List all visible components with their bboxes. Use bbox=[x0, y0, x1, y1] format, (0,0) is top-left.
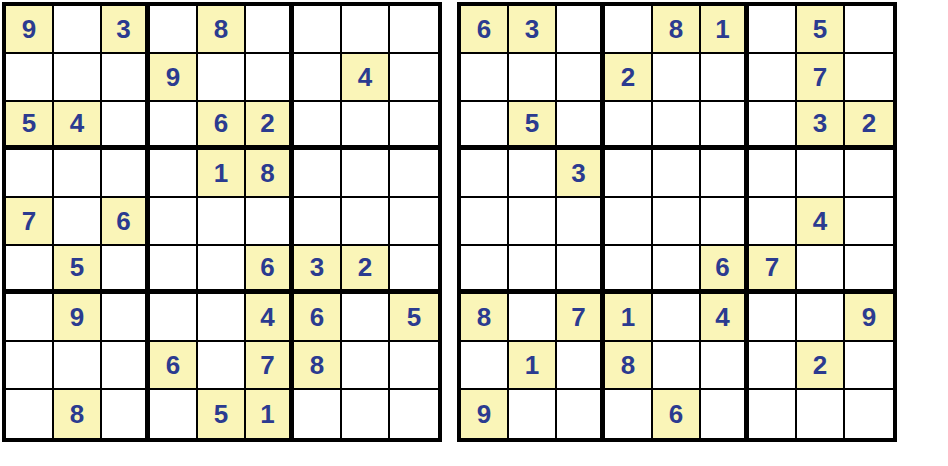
sudoku-given-cell: 6 bbox=[246, 246, 294, 294]
sudoku-given-cell: 3 bbox=[557, 150, 605, 198]
sudoku-empty-cell[interactable] bbox=[294, 198, 342, 246]
sudoku-given-cell: 3 bbox=[102, 6, 150, 54]
sudoku-empty-cell[interactable] bbox=[749, 150, 797, 198]
sudoku-given-cell: 8 bbox=[246, 150, 294, 198]
sudoku-empty-cell[interactable] bbox=[294, 6, 342, 54]
sudoku-empty-cell[interactable] bbox=[605, 246, 653, 294]
sudoku-given-cell: 5 bbox=[198, 390, 246, 438]
sudoku-empty-cell[interactable] bbox=[701, 54, 749, 102]
sudoku-empty-cell[interactable] bbox=[390, 246, 438, 294]
sudoku-empty-cell[interactable] bbox=[390, 150, 438, 198]
sudoku-empty-cell[interactable] bbox=[797, 390, 845, 438]
sudoku-empty-cell[interactable] bbox=[54, 198, 102, 246]
sudoku-empty-cell[interactable] bbox=[749, 54, 797, 102]
sudoku-given-cell: 2 bbox=[605, 54, 653, 102]
sudoku-empty-cell[interactable] bbox=[150, 198, 198, 246]
sudoku-empty-cell[interactable] bbox=[557, 102, 605, 150]
sudoku-empty-cell[interactable] bbox=[557, 390, 605, 438]
sudoku-given-cell: 7 bbox=[557, 294, 605, 342]
sudoku-empty-cell[interactable] bbox=[150, 6, 198, 54]
sudoku-empty-cell[interactable] bbox=[102, 390, 150, 438]
sudoku-empty-cell[interactable] bbox=[845, 342, 893, 390]
sudoku-given-cell: 1 bbox=[198, 150, 246, 198]
sudoku-empty-cell[interactable] bbox=[701, 102, 749, 150]
sudoku-given-cell: 8 bbox=[198, 6, 246, 54]
sudoku-empty-cell[interactable] bbox=[605, 102, 653, 150]
sudoku-empty-cell[interactable] bbox=[102, 102, 150, 150]
sudoku-empty-cell[interactable] bbox=[390, 6, 438, 54]
sudoku-given-cell: 5 bbox=[797, 6, 845, 54]
sudoku-empty-cell[interactable] bbox=[6, 246, 54, 294]
sudoku-empty-cell[interactable] bbox=[6, 150, 54, 198]
sudoku-given-cell: 2 bbox=[342, 246, 390, 294]
sudoku-given-cell: 1 bbox=[246, 390, 294, 438]
sudoku-empty-cell[interactable] bbox=[102, 54, 150, 102]
sudoku-empty-cell[interactable] bbox=[150, 102, 198, 150]
sudoku-board-right: 638152753234678714918296 bbox=[457, 2, 897, 442]
sudoku-empty-cell[interactable] bbox=[461, 54, 509, 102]
sudoku-given-cell: 6 bbox=[198, 102, 246, 150]
sudoku-empty-cell[interactable] bbox=[653, 102, 701, 150]
sudoku-empty-cell[interactable] bbox=[461, 342, 509, 390]
sudoku-given-cell: 6 bbox=[653, 390, 701, 438]
sudoku-given-cell: 1 bbox=[509, 342, 557, 390]
sudoku-given-cell: 3 bbox=[509, 6, 557, 54]
sudoku-given-cell: 9 bbox=[54, 294, 102, 342]
sudoku-empty-cell[interactable] bbox=[749, 294, 797, 342]
sudoku-empty-cell[interactable] bbox=[54, 6, 102, 54]
sudoku-empty-cell[interactable] bbox=[461, 198, 509, 246]
sudoku-given-cell: 4 bbox=[246, 294, 294, 342]
sudoku-empty-cell[interactable] bbox=[390, 342, 438, 390]
sudoku-empty-cell[interactable] bbox=[246, 198, 294, 246]
sudoku-empty-cell[interactable] bbox=[6, 390, 54, 438]
sudoku-empty-cell[interactable] bbox=[605, 198, 653, 246]
sudoku-empty-cell[interactable] bbox=[54, 150, 102, 198]
sudoku-empty-cell[interactable] bbox=[653, 150, 701, 198]
sudoku-empty-cell[interactable] bbox=[653, 198, 701, 246]
sudoku-empty-cell[interactable] bbox=[294, 102, 342, 150]
sudoku-empty-cell[interactable] bbox=[509, 294, 557, 342]
sudoku-empty-cell[interactable] bbox=[557, 6, 605, 54]
sudoku-given-cell: 5 bbox=[390, 294, 438, 342]
sudoku-given-cell: 7 bbox=[246, 342, 294, 390]
sudoku-given-cell: 8 bbox=[653, 6, 701, 54]
sudoku-empty-cell[interactable] bbox=[102, 294, 150, 342]
sudoku-given-cell: 6 bbox=[102, 198, 150, 246]
sudoku-empty-cell[interactable] bbox=[845, 198, 893, 246]
sudoku-empty-cell[interactable] bbox=[102, 246, 150, 294]
sudoku-empty-cell[interactable] bbox=[198, 198, 246, 246]
sudoku-empty-cell[interactable] bbox=[605, 150, 653, 198]
sudoku-empty-cell[interactable] bbox=[797, 246, 845, 294]
sudoku-given-cell: 2 bbox=[246, 102, 294, 150]
sudoku-empty-cell[interactable] bbox=[390, 54, 438, 102]
sudoku-empty-cell[interactable] bbox=[749, 6, 797, 54]
sudoku-given-cell: 7 bbox=[749, 246, 797, 294]
sudoku-empty-cell[interactable] bbox=[557, 198, 605, 246]
sudoku-given-cell: 6 bbox=[294, 294, 342, 342]
sudoku-empty-cell[interactable] bbox=[797, 294, 845, 342]
sudoku-given-cell: 5 bbox=[509, 102, 557, 150]
sudoku-empty-cell[interactable] bbox=[246, 6, 294, 54]
sudoku-empty-cell[interactable] bbox=[198, 246, 246, 294]
sudoku-given-cell: 2 bbox=[845, 102, 893, 150]
sudoku-empty-cell[interactable] bbox=[198, 54, 246, 102]
sudoku-given-cell: 9 bbox=[6, 6, 54, 54]
sudoku-empty-cell[interactable] bbox=[845, 54, 893, 102]
sudoku-empty-cell[interactable] bbox=[749, 342, 797, 390]
sudoku-given-cell: 1 bbox=[701, 6, 749, 54]
sudoku-given-cell: 4 bbox=[701, 294, 749, 342]
sudoku-empty-cell[interactable] bbox=[605, 6, 653, 54]
sudoku-empty-cell[interactable] bbox=[342, 390, 390, 438]
sudoku-empty-cell[interactable] bbox=[749, 390, 797, 438]
sudoku-given-cell: 7 bbox=[6, 198, 54, 246]
sudoku-empty-cell[interactable] bbox=[342, 150, 390, 198]
sudoku-given-cell: 8 bbox=[605, 342, 653, 390]
sudoku-empty-cell[interactable] bbox=[342, 342, 390, 390]
sudoku-empty-cell[interactable] bbox=[509, 54, 557, 102]
sudoku-empty-cell[interactable] bbox=[246, 54, 294, 102]
sudoku-empty-cell[interactable] bbox=[845, 390, 893, 438]
sudoku-empty-cell[interactable] bbox=[294, 150, 342, 198]
sudoku-empty-cell[interactable] bbox=[294, 390, 342, 438]
sudoku-empty-cell[interactable] bbox=[701, 150, 749, 198]
sudoku-given-cell: 6 bbox=[701, 246, 749, 294]
sudoku-given-cell: 4 bbox=[797, 198, 845, 246]
sudoku-given-cell: 8 bbox=[461, 294, 509, 342]
sudoku-empty-cell[interactable] bbox=[150, 150, 198, 198]
sudoku-empty-cell[interactable] bbox=[294, 54, 342, 102]
sudoku-given-cell: 1 bbox=[605, 294, 653, 342]
sudoku-given-cell: 9 bbox=[150, 54, 198, 102]
sudoku-empty-cell[interactable] bbox=[845, 246, 893, 294]
sudoku-given-cell: 4 bbox=[342, 54, 390, 102]
sudoku-empty-cell[interactable] bbox=[509, 390, 557, 438]
sudoku-empty-cell[interactable] bbox=[653, 54, 701, 102]
sudoku-empty-cell[interactable] bbox=[54, 54, 102, 102]
sudoku-empty-cell[interactable] bbox=[461, 102, 509, 150]
sudoku-empty-cell[interactable] bbox=[749, 198, 797, 246]
sudoku-empty-cell[interactable] bbox=[102, 150, 150, 198]
sudoku-empty-cell[interactable] bbox=[653, 294, 701, 342]
sudoku-board-left: 938945462187656329465678851 bbox=[2, 2, 442, 442]
sudoku-empty-cell[interactable] bbox=[509, 198, 557, 246]
sudoku-empty-cell[interactable] bbox=[198, 342, 246, 390]
sudoku-empty-cell[interactable] bbox=[390, 390, 438, 438]
sudoku-empty-cell[interactable] bbox=[461, 246, 509, 294]
sudoku-given-cell: 9 bbox=[845, 294, 893, 342]
sudoku-boards: 938945462187656329465678851 638152753234… bbox=[0, 0, 948, 444]
sudoku-empty-cell[interactable] bbox=[54, 342, 102, 390]
sudoku-empty-cell[interactable] bbox=[557, 54, 605, 102]
sudoku-empty-cell[interactable] bbox=[461, 150, 509, 198]
sudoku-empty-cell[interactable] bbox=[509, 246, 557, 294]
sudoku-given-cell: 6 bbox=[150, 342, 198, 390]
sudoku-empty-cell[interactable] bbox=[6, 342, 54, 390]
sudoku-empty-cell[interactable] bbox=[701, 390, 749, 438]
sudoku-empty-cell[interactable] bbox=[102, 342, 150, 390]
sudoku-given-cell: 7 bbox=[797, 54, 845, 102]
sudoku-given-cell: 3 bbox=[294, 246, 342, 294]
sudoku-empty-cell[interactable] bbox=[509, 150, 557, 198]
sudoku-empty-cell[interactable] bbox=[6, 54, 54, 102]
sudoku-empty-cell[interactable] bbox=[390, 102, 438, 150]
sudoku-given-cell: 5 bbox=[54, 246, 102, 294]
sudoku-given-cell: 8 bbox=[294, 342, 342, 390]
sudoku-empty-cell[interactable] bbox=[150, 294, 198, 342]
sudoku-empty-cell[interactable] bbox=[605, 390, 653, 438]
sudoku-empty-cell[interactable] bbox=[845, 6, 893, 54]
sudoku-empty-cell[interactable] bbox=[557, 246, 605, 294]
sudoku-empty-cell[interactable] bbox=[653, 342, 701, 390]
sudoku-empty-cell[interactable] bbox=[749, 102, 797, 150]
sudoku-empty-cell[interactable] bbox=[797, 150, 845, 198]
sudoku-given-cell: 9 bbox=[461, 390, 509, 438]
sudoku-empty-cell[interactable] bbox=[845, 150, 893, 198]
sudoku-given-cell: 3 bbox=[797, 102, 845, 150]
sudoku-empty-cell[interactable] bbox=[390, 198, 438, 246]
sudoku-empty-cell[interactable] bbox=[6, 294, 54, 342]
sudoku-given-cell: 5 bbox=[6, 102, 54, 150]
sudoku-empty-cell[interactable] bbox=[198, 294, 246, 342]
sudoku-empty-cell[interactable] bbox=[150, 390, 198, 438]
sudoku-given-cell: 6 bbox=[461, 6, 509, 54]
sudoku-empty-cell[interactable] bbox=[342, 198, 390, 246]
sudoku-given-cell: 8 bbox=[54, 390, 102, 438]
sudoku-empty-cell[interactable] bbox=[701, 342, 749, 390]
sudoku-empty-cell[interactable] bbox=[150, 246, 198, 294]
sudoku-empty-cell[interactable] bbox=[342, 294, 390, 342]
sudoku-empty-cell[interactable] bbox=[557, 342, 605, 390]
sudoku-empty-cell[interactable] bbox=[653, 246, 701, 294]
sudoku-empty-cell[interactable] bbox=[701, 198, 749, 246]
sudoku-given-cell: 4 bbox=[54, 102, 102, 150]
sudoku-empty-cell[interactable] bbox=[342, 102, 390, 150]
sudoku-empty-cell[interactable] bbox=[342, 6, 390, 54]
sudoku-given-cell: 2 bbox=[797, 342, 845, 390]
